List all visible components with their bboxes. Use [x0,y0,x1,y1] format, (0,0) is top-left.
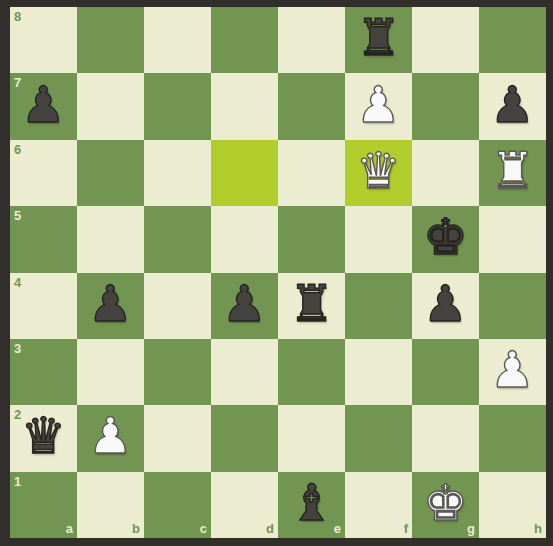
square-d7[interactable] [211,73,278,139]
square-h1[interactable]: h [479,472,546,538]
square-e3[interactable] [278,339,345,405]
square-g4[interactable]: ♟ [412,273,479,339]
square-a2[interactable]: 2♛ [10,405,77,471]
piece-white-rook-h6[interactable]: ♜ [490,146,535,196]
square-c1[interactable]: c [144,472,211,538]
piece-black-pawn-d4[interactable]: ♟ [222,279,267,329]
square-f5[interactable] [345,206,412,272]
piece-white-pawn-f7[interactable]: ♟ [356,80,401,130]
rank-label-6: 6 [14,143,21,156]
square-e4[interactable]: ♜ [278,273,345,339]
piece-black-pawn-h7[interactable]: ♟ [490,80,535,130]
square-d2[interactable] [211,405,278,471]
rank-label-3: 3 [14,342,21,355]
square-d8[interactable] [211,7,278,73]
square-c8[interactable] [144,7,211,73]
piece-black-bishop-e1[interactable]: ♝ [289,478,334,528]
square-d6[interactable] [211,140,278,206]
square-c2[interactable] [144,405,211,471]
square-a7[interactable]: 7♟ [10,73,77,139]
square-h3[interactable]: ♟ [479,339,546,405]
square-g5[interactable]: ♚ [412,206,479,272]
piece-black-pawn-a7[interactable]: ♟ [21,80,66,130]
piece-white-pawn-b2[interactable]: ♟ [88,411,133,461]
square-g1[interactable]: g♚ [412,472,479,538]
square-a4[interactable]: 4 [10,273,77,339]
square-h6[interactable]: ♜ [479,140,546,206]
piece-black-king-g5[interactable]: ♚ [423,212,468,262]
square-c3[interactable] [144,339,211,405]
square-g3[interactable] [412,339,479,405]
square-a3[interactable]: 3 [10,339,77,405]
square-b3[interactable] [77,339,144,405]
square-a6[interactable]: 6 [10,140,77,206]
piece-white-queen-f6[interactable]: ♛ [356,146,401,196]
square-h7[interactable]: ♟ [479,73,546,139]
square-f7[interactable]: ♟ [345,73,412,139]
square-d5[interactable] [211,206,278,272]
square-g6[interactable] [412,140,479,206]
file-label-d: d [266,522,274,535]
square-e8[interactable] [278,7,345,73]
square-d3[interactable] [211,339,278,405]
square-h4[interactable] [479,273,546,339]
square-b1[interactable]: b [77,472,144,538]
square-c7[interactable] [144,73,211,139]
piece-black-pawn-b4[interactable]: ♟ [88,279,133,329]
piece-white-king-g1[interactable]: ♚ [423,478,468,528]
file-label-a: a [66,522,73,535]
square-f8[interactable]: ♜ [345,7,412,73]
piece-black-rook-f8[interactable]: ♜ [356,13,401,63]
rank-label-1: 1 [14,475,21,488]
rank-label-8: 8 [14,10,21,23]
square-c4[interactable] [144,273,211,339]
square-e7[interactable] [278,73,345,139]
piece-black-queen-a2[interactable]: ♛ [21,411,66,461]
piece-black-rook-e4[interactable]: ♜ [289,279,334,329]
square-b6[interactable] [77,140,144,206]
square-g7[interactable] [412,73,479,139]
square-e2[interactable] [278,405,345,471]
chess-board: 8♜7♟♟♟6♛♜5♚4♟♟♜♟3♟2♛♟1abcde♝fg♚h [10,7,546,538]
square-h8[interactable] [479,7,546,73]
file-label-f: f [404,522,408,535]
square-h5[interactable] [479,206,546,272]
square-a8[interactable]: 8 [10,7,77,73]
square-f1[interactable]: f [345,472,412,538]
square-e6[interactable] [278,140,345,206]
file-label-c: c [200,522,207,535]
square-b5[interactable] [77,206,144,272]
square-h2[interactable] [479,405,546,471]
file-label-g: g [467,522,475,535]
square-f6[interactable]: ♛ [345,140,412,206]
rank-label-5: 5 [14,209,21,222]
square-b2[interactable]: ♟ [77,405,144,471]
square-e1[interactable]: e♝ [278,472,345,538]
file-label-b: b [132,522,140,535]
square-d4[interactable]: ♟ [211,273,278,339]
square-b4[interactable]: ♟ [77,273,144,339]
square-e5[interactable] [278,206,345,272]
square-d1[interactable]: d [211,472,278,538]
square-c6[interactable] [144,140,211,206]
board-background: 8♜7♟♟♟6♛♜5♚4♟♟♜♟3♟2♛♟1abcde♝fg♚h [0,0,553,546]
file-label-e: e [334,522,341,535]
square-c5[interactable] [144,206,211,272]
piece-white-pawn-h3[interactable]: ♟ [490,345,535,395]
square-b8[interactable] [77,7,144,73]
square-b7[interactable] [77,73,144,139]
square-a5[interactable]: 5 [10,206,77,272]
square-f3[interactable] [345,339,412,405]
square-a1[interactable]: 1a [10,472,77,538]
file-label-h: h [534,522,542,535]
square-f2[interactable] [345,405,412,471]
square-g2[interactable] [412,405,479,471]
square-f4[interactable] [345,273,412,339]
square-g8[interactable] [412,7,479,73]
rank-label-4: 4 [14,276,21,289]
piece-black-pawn-g4[interactable]: ♟ [423,279,468,329]
